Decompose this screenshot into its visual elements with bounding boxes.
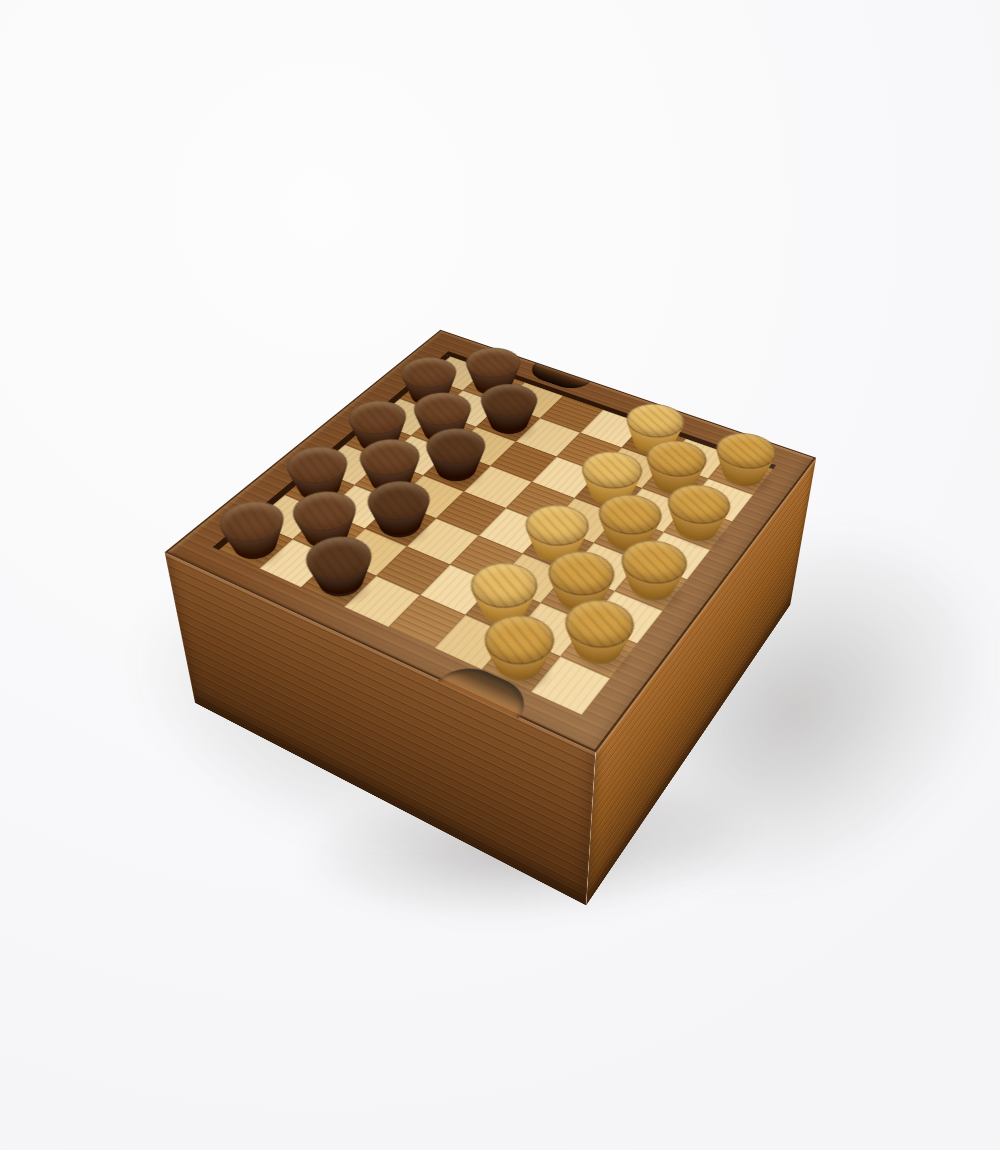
dark-peg[interactable] (429, 453, 483, 486)
light-peg[interactable] (623, 566, 681, 606)
photo-scene (0, 0, 1000, 1150)
dark-peg[interactable] (311, 562, 371, 602)
dark-peg[interactable] (483, 408, 534, 438)
dark-peg[interactable] (226, 527, 285, 564)
light-peg[interactable] (717, 458, 769, 491)
game-box (165, 330, 817, 753)
peg-top-face (355, 474, 442, 528)
dark-peg[interactable] (372, 506, 429, 542)
